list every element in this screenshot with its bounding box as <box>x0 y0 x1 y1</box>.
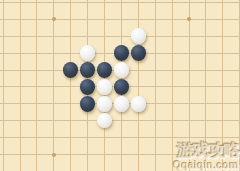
star-point <box>52 17 56 21</box>
black-stone <box>131 45 147 61</box>
white-stone <box>97 79 113 95</box>
white-stone <box>131 28 147 44</box>
black-stone <box>80 62 96 78</box>
black-stone <box>97 62 113 78</box>
grid-line-horizontal <box>0 137 240 138</box>
black-stone <box>114 79 130 95</box>
grid-line-horizontal <box>0 36 240 37</box>
white-stone <box>114 96 130 112</box>
black-stone <box>63 62 79 78</box>
grid-line-horizontal <box>0 154 240 155</box>
grid-line-horizontal <box>0 120 240 121</box>
star-point <box>187 153 191 157</box>
star-point <box>52 153 56 157</box>
star-point <box>187 17 191 21</box>
grid-line-horizontal <box>0 19 240 20</box>
white-stone <box>114 62 130 78</box>
black-stone <box>80 79 96 95</box>
white-stone <box>97 96 113 112</box>
white-stone <box>97 113 113 129</box>
white-stone <box>80 45 96 61</box>
gomoku-game-screen: 游戏攻略 Qqaiqin.com <box>0 0 240 171</box>
grid-line-horizontal <box>0 2 240 3</box>
black-stone <box>114 45 130 61</box>
white-stone <box>131 96 147 112</box>
black-stone <box>80 96 96 112</box>
